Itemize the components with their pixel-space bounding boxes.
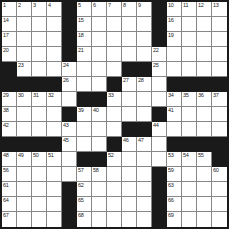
clue-number: 20: [3, 47, 9, 53]
white-cell[interactable]: 26: [62, 77, 77, 92]
black-cell: [152, 2, 167, 17]
white-cell[interactable]: [122, 197, 137, 212]
white-cell[interactable]: [122, 152, 137, 167]
white-cell[interactable]: 33: [107, 92, 122, 107]
white-cell[interactable]: [137, 212, 152, 227]
white-cell[interactable]: [32, 62, 47, 77]
white-cell[interactable]: 21: [77, 47, 92, 62]
white-cell[interactable]: [92, 77, 107, 92]
white-cell[interactable]: [17, 47, 32, 62]
clue-number: 25: [153, 62, 159, 68]
white-cell[interactable]: [137, 47, 152, 62]
white-cell[interactable]: 67: [2, 212, 17, 227]
white-cell[interactable]: [17, 122, 32, 137]
black-cell: [17, 137, 32, 152]
white-cell[interactable]: 43: [62, 122, 77, 137]
clue-number: 48: [3, 152, 9, 158]
clue-number: 23: [18, 62, 24, 68]
white-cell[interactable]: [47, 212, 62, 227]
white-cell[interactable]: [77, 62, 92, 77]
white-cell[interactable]: 60: [212, 167, 227, 182]
clue-number: 29: [3, 92, 9, 98]
white-cell[interactable]: [77, 137, 92, 152]
black-cell: [62, 17, 77, 32]
clue-number: 46: [123, 137, 129, 143]
white-cell[interactable]: 51: [47, 152, 62, 167]
white-cell[interactable]: [107, 17, 122, 32]
clue-number: 58: [93, 167, 99, 173]
black-cell: [17, 77, 32, 92]
white-cell[interactable]: [47, 47, 62, 62]
white-cell[interactable]: 30: [17, 92, 32, 107]
clue-number: 1: [3, 2, 6, 8]
white-cell[interactable]: 46: [122, 137, 137, 152]
white-cell[interactable]: 50: [32, 152, 47, 167]
white-cell[interactable]: [182, 107, 197, 122]
white-cell[interactable]: [122, 92, 137, 107]
white-cell[interactable]: [92, 32, 107, 47]
black-cell: [152, 197, 167, 212]
clue-number: 24: [63, 62, 69, 68]
clue-number: 18: [78, 32, 84, 38]
clue-number: 27: [123, 77, 129, 83]
white-cell[interactable]: 37: [212, 92, 227, 107]
clue-number: 4: [48, 2, 51, 8]
clue-number: 41: [168, 107, 174, 113]
white-cell[interactable]: [77, 77, 92, 92]
black-cell: [197, 137, 212, 152]
white-cell[interactable]: 2: [17, 2, 32, 17]
black-cell: [212, 77, 227, 92]
white-cell[interactable]: [182, 182, 197, 197]
clue-number: 33: [108, 92, 114, 98]
clue-number: 2: [18, 2, 21, 8]
clue-number: 56: [3, 167, 9, 173]
white-cell[interactable]: [32, 212, 47, 227]
white-cell[interactable]: [152, 152, 167, 167]
white-cell[interactable]: 11: [182, 2, 197, 17]
white-cell[interactable]: [182, 32, 197, 47]
white-cell[interactable]: [122, 167, 137, 182]
white-cell[interactable]: [47, 32, 62, 47]
clue-number: 65: [78, 197, 84, 203]
black-cell: [47, 77, 62, 92]
white-cell[interactable]: 65: [77, 197, 92, 212]
white-cell[interactable]: 25: [152, 62, 167, 77]
black-cell: [92, 152, 107, 167]
white-cell[interactable]: 63: [167, 182, 182, 197]
white-cell[interactable]: 58: [92, 167, 107, 182]
white-cell[interactable]: 23: [17, 62, 32, 77]
white-cell[interactable]: [47, 197, 62, 212]
white-cell[interactable]: 15: [77, 17, 92, 32]
clue-number: 26: [63, 77, 69, 83]
black-cell: [2, 62, 17, 77]
white-cell[interactable]: [92, 17, 107, 32]
white-cell[interactable]: 4: [47, 2, 62, 17]
clue-number: 30: [18, 92, 24, 98]
clue-number: 7: [108, 2, 111, 8]
black-cell: [62, 107, 77, 122]
clue-number: 61: [3, 182, 9, 188]
white-cell[interactable]: 10: [167, 2, 182, 17]
white-cell[interactable]: [182, 212, 197, 227]
white-cell[interactable]: [107, 32, 122, 47]
white-cell[interactable]: [167, 62, 182, 77]
white-cell[interactable]: [62, 167, 77, 182]
white-cell[interactable]: 5: [77, 2, 92, 17]
white-cell[interactable]: [122, 47, 137, 62]
white-cell[interactable]: [137, 167, 152, 182]
white-cell[interactable]: [32, 32, 47, 47]
black-cell: [77, 92, 92, 107]
white-cell[interactable]: [182, 197, 197, 212]
white-cell[interactable]: [47, 17, 62, 32]
black-cell: [62, 32, 77, 47]
white-cell[interactable]: [212, 197, 227, 212]
black-cell: [152, 32, 167, 47]
white-cell[interactable]: 47: [137, 137, 152, 152]
clue-number: 49: [18, 152, 24, 158]
clue-number: 60: [213, 167, 219, 173]
white-cell[interactable]: [212, 47, 227, 62]
white-cell[interactable]: [107, 107, 122, 122]
clue-number: 42: [3, 122, 9, 128]
white-cell[interactable]: [17, 197, 32, 212]
white-cell[interactable]: 53: [167, 152, 182, 167]
white-cell[interactable]: [17, 212, 32, 227]
crossword-grid: 1234567891011121314151617181920212223242…: [0, 0, 229, 229]
white-cell[interactable]: [47, 122, 62, 137]
white-cell[interactable]: 39: [77, 107, 92, 122]
clue-number: 19: [168, 32, 174, 38]
white-cell[interactable]: [92, 47, 107, 62]
black-cell: [137, 122, 152, 137]
black-cell: [2, 77, 17, 92]
white-cell[interactable]: [32, 47, 47, 62]
white-cell[interactable]: [122, 182, 137, 197]
white-cell[interactable]: [47, 182, 62, 197]
white-cell[interactable]: 69: [167, 212, 182, 227]
black-cell: [62, 47, 77, 62]
white-cell[interactable]: [137, 32, 152, 47]
white-cell[interactable]: [197, 122, 212, 137]
white-cell[interactable]: 34: [167, 92, 182, 107]
white-cell[interactable]: [107, 47, 122, 62]
white-cell[interactable]: [197, 212, 212, 227]
clue-number: 44: [153, 122, 159, 128]
white-cell[interactable]: 6: [92, 2, 107, 17]
crossword-board: 1234567891011121314151617181920212223242…: [0, 0, 229, 229]
clue-number: 45: [63, 137, 69, 143]
white-cell[interactable]: 32: [47, 92, 62, 107]
white-cell[interactable]: [152, 137, 167, 152]
white-cell[interactable]: [92, 62, 107, 77]
clue-number: 12: [198, 2, 204, 8]
black-cell: [152, 212, 167, 227]
white-cell[interactable]: [212, 107, 227, 122]
white-cell[interactable]: 54: [182, 152, 197, 167]
clue-number: 47: [138, 137, 144, 143]
white-cell[interactable]: [62, 152, 77, 167]
white-cell[interactable]: [182, 62, 197, 77]
white-cell[interactable]: [197, 17, 212, 32]
white-cell[interactable]: [32, 167, 47, 182]
clue-number: 69: [168, 212, 174, 218]
white-cell[interactable]: [47, 62, 62, 77]
white-cell[interactable]: [197, 167, 212, 182]
white-cell[interactable]: 59: [167, 167, 182, 182]
white-cell[interactable]: 38: [2, 107, 17, 122]
white-cell[interactable]: [122, 107, 137, 122]
white-cell[interactable]: 68: [77, 212, 92, 227]
black-cell: [122, 122, 137, 137]
white-cell[interactable]: [212, 212, 227, 227]
white-cell[interactable]: 8: [122, 2, 137, 17]
clue-number: 9: [138, 2, 141, 8]
white-cell[interactable]: 24: [62, 62, 77, 77]
white-cell[interactable]: 9: [137, 2, 152, 17]
white-cell[interactable]: [212, 17, 227, 32]
clue-number: 54: [183, 152, 189, 158]
white-cell[interactable]: [107, 62, 122, 77]
white-cell[interactable]: [92, 182, 107, 197]
white-cell[interactable]: [17, 107, 32, 122]
white-cell[interactable]: [107, 212, 122, 227]
white-cell[interactable]: 28: [137, 77, 152, 92]
white-cell[interactable]: 17: [2, 32, 17, 47]
white-cell[interactable]: [77, 122, 92, 137]
white-cell[interactable]: [197, 107, 212, 122]
white-cell[interactable]: [167, 122, 182, 137]
black-cell: [167, 77, 182, 92]
white-cell[interactable]: [182, 122, 197, 137]
clue-number: 40: [93, 107, 99, 113]
black-cell: [62, 197, 77, 212]
white-cell[interactable]: [17, 32, 32, 47]
clue-number: 59: [168, 167, 174, 173]
white-cell[interactable]: 27: [122, 77, 137, 92]
white-cell[interactable]: 14: [2, 17, 17, 32]
clue-number: 57: [78, 167, 84, 173]
white-cell[interactable]: 66: [167, 197, 182, 212]
black-cell: [62, 2, 77, 17]
black-cell: [62, 182, 77, 197]
clue-number: 10: [168, 2, 174, 8]
black-cell: [212, 152, 227, 167]
white-cell[interactable]: [122, 212, 137, 227]
black-cell: [32, 137, 47, 152]
white-cell[interactable]: 45: [62, 137, 77, 152]
clue-number: 52: [108, 152, 114, 158]
black-cell: [152, 182, 167, 197]
white-cell[interactable]: 35: [182, 92, 197, 107]
white-cell[interactable]: 1: [2, 2, 17, 17]
white-cell[interactable]: 40: [92, 107, 107, 122]
white-cell[interactable]: [32, 122, 47, 137]
black-cell: [152, 167, 167, 182]
white-cell[interactable]: [62, 92, 77, 107]
black-cell: [182, 77, 197, 92]
clue-number: 11: [183, 2, 188, 8]
white-cell[interactable]: 57: [77, 167, 92, 182]
white-cell[interactable]: [182, 17, 197, 32]
black-cell: [182, 137, 197, 152]
white-cell[interactable]: 49: [17, 152, 32, 167]
white-cell[interactable]: [137, 182, 152, 197]
white-cell[interactable]: [137, 197, 152, 212]
clue-number: 5: [78, 2, 81, 8]
white-cell[interactable]: [17, 182, 32, 197]
clue-number: 16: [168, 17, 174, 23]
white-cell[interactable]: 42: [2, 122, 17, 137]
white-cell[interactable]: 18: [77, 32, 92, 47]
white-cell[interactable]: 3: [32, 2, 47, 17]
clue-number: 63: [168, 182, 174, 188]
white-cell[interactable]: [182, 47, 197, 62]
black-cell: [212, 137, 227, 152]
white-cell[interactable]: [122, 17, 137, 32]
clue-number: 35: [183, 92, 189, 98]
white-cell[interactable]: [92, 137, 107, 152]
clue-number: 31: [33, 92, 39, 98]
white-cell[interactable]: [137, 107, 152, 122]
white-cell[interactable]: 48: [2, 152, 17, 167]
white-cell[interactable]: [92, 122, 107, 137]
white-cell[interactable]: [47, 107, 62, 122]
white-cell[interactable]: [107, 197, 122, 212]
clue-number: 8: [123, 2, 126, 8]
black-cell: [47, 137, 62, 152]
clue-number: 13: [213, 2, 219, 8]
black-cell: [107, 137, 122, 152]
white-cell[interactable]: 20: [2, 47, 17, 62]
white-cell[interactable]: 19: [167, 32, 182, 47]
clue-number: 39: [78, 107, 84, 113]
black-cell: [152, 17, 167, 32]
clue-number: 64: [3, 197, 9, 203]
white-cell[interactable]: [197, 182, 212, 197]
black-cell: [32, 77, 47, 92]
white-cell[interactable]: [17, 17, 32, 32]
white-cell[interactable]: [137, 17, 152, 32]
white-cell[interactable]: [32, 197, 47, 212]
white-cell[interactable]: [107, 182, 122, 197]
clue-number: 21: [78, 47, 84, 53]
white-cell[interactable]: 64: [2, 197, 17, 212]
white-cell[interactable]: 55: [197, 152, 212, 167]
white-cell[interactable]: 56: [2, 167, 17, 182]
white-cell[interactable]: [167, 47, 182, 62]
black-cell: [167, 137, 182, 152]
white-cell[interactable]: [212, 182, 227, 197]
black-cell: [152, 107, 167, 122]
white-cell[interactable]: [92, 197, 107, 212]
clue-number: 68: [78, 212, 84, 218]
clue-number: 62: [78, 182, 84, 188]
white-cell[interactable]: [92, 212, 107, 227]
white-cell[interactable]: [212, 62, 227, 77]
black-cell: [92, 92, 107, 107]
white-cell[interactable]: 16: [167, 17, 182, 32]
white-cell[interactable]: 62: [77, 182, 92, 197]
white-cell[interactable]: [197, 62, 212, 77]
clue-number: 14: [3, 17, 9, 23]
clue-number: 51: [48, 152, 54, 158]
white-cell[interactable]: [32, 17, 47, 32]
black-cell: [122, 62, 137, 77]
white-cell[interactable]: [137, 152, 152, 167]
clue-number: 32: [48, 92, 54, 98]
clue-number: 34: [168, 92, 174, 98]
black-cell: [2, 137, 17, 152]
clue-number: 43: [63, 122, 69, 128]
clue-number: 55: [198, 152, 204, 158]
white-cell[interactable]: 13: [212, 2, 227, 17]
clue-number: 67: [3, 212, 9, 218]
black-cell: [77, 152, 92, 167]
white-cell[interactable]: [137, 92, 152, 107]
white-cell[interactable]: 36: [197, 92, 212, 107]
white-cell[interactable]: [32, 107, 47, 122]
white-cell[interactable]: 22: [152, 47, 167, 62]
white-cell[interactable]: 52: [107, 152, 122, 167]
white-cell[interactable]: 31: [32, 92, 47, 107]
white-cell[interactable]: [197, 32, 212, 47]
white-cell[interactable]: [212, 32, 227, 47]
clue-number: 22: [153, 47, 159, 53]
clue-number: 28: [138, 77, 144, 83]
white-cell[interactable]: [197, 197, 212, 212]
white-cell[interactable]: [107, 122, 122, 137]
white-cell[interactable]: [32, 182, 47, 197]
white-cell[interactable]: [197, 47, 212, 62]
white-cell[interactable]: [182, 167, 197, 182]
white-cell[interactable]: [122, 32, 137, 47]
white-cell[interactable]: [107, 167, 122, 182]
clue-number: 37: [213, 92, 219, 98]
white-cell[interactable]: 7: [107, 2, 122, 17]
black-cell: [137, 62, 152, 77]
white-cell[interactable]: 41: [167, 107, 182, 122]
clue-number: 36: [198, 92, 204, 98]
clue-number: 50: [33, 152, 39, 158]
clue-number: 38: [3, 107, 9, 113]
white-cell[interactable]: 44: [152, 122, 167, 137]
black-cell: [107, 77, 122, 92]
black-cell: [62, 212, 77, 227]
black-cell: [197, 77, 212, 92]
white-cell[interactable]: 29: [2, 92, 17, 107]
clue-number: 15: [78, 17, 84, 23]
white-cell[interactable]: 61: [2, 182, 17, 197]
clue-number: 3: [33, 2, 36, 8]
clue-number: 53: [168, 152, 174, 158]
clue-number: 6: [93, 2, 96, 8]
white-cell[interactable]: 12: [197, 2, 212, 17]
white-cell[interactable]: [17, 167, 32, 182]
clue-number: 17: [3, 32, 9, 38]
white-cell[interactable]: [212, 122, 227, 137]
white-cell[interactable]: [152, 77, 167, 92]
white-cell[interactable]: [152, 92, 167, 107]
white-cell[interactable]: [47, 167, 62, 182]
clue-number: 66: [168, 197, 174, 203]
